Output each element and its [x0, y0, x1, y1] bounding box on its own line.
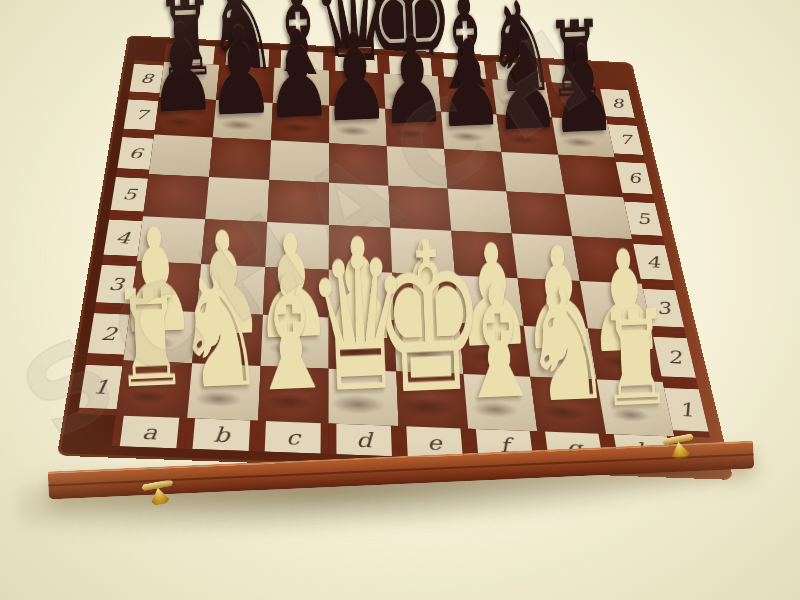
white-rook-glyph: ♜	[110, 271, 189, 407]
square-a6[interactable]	[149, 134, 213, 177]
brass-clasp-right[interactable]	[659, 429, 700, 465]
perspective-wrapper: a88b77c66d55e44f33g22h11♜♞♝♛♚♝♞♜♟♟♟♟♟♟♟♟…	[32, 0, 740, 482]
coord-file-d: d	[328, 423, 399, 456]
chess-board: a88b77c66d55e44f33g22h11♜♞♝♛♚♝♞♜♟♟♟♟♟♟♟♟…	[57, 35, 734, 480]
square-e6[interactable]	[387, 146, 448, 188]
coord-file-b: b	[184, 418, 258, 451]
square-d6[interactable]	[329, 143, 388, 186]
square-b6[interactable]	[209, 137, 271, 180]
coord-file-c: c	[257, 421, 329, 454]
board-tilt-wrapper: a88b77c66d55e44f33g22h11♜♞♝♛♚♝♞♜♟♟♟♟♟♟♟♟…	[0, 0, 800, 600]
coord-rank-left-6: 6	[117, 133, 154, 174]
coord-file-a: a	[112, 415, 188, 448]
black-pawn-glyph: ♟	[146, 7, 218, 131]
coord-rank-right-6: 6	[615, 158, 654, 199]
photo-background: a88b77c66d55e44f33g22h11♜♞♝♛♚♝♞♜♟♟♟♟♟♟♟♟…	[0, 0, 800, 600]
square-g6[interactable]	[501, 152, 565, 194]
square-f6[interactable]	[444, 149, 506, 191]
square-h6[interactable]	[558, 155, 623, 197]
square-c6[interactable]	[269, 140, 329, 183]
brass-clasp-left[interactable]	[138, 475, 179, 511]
